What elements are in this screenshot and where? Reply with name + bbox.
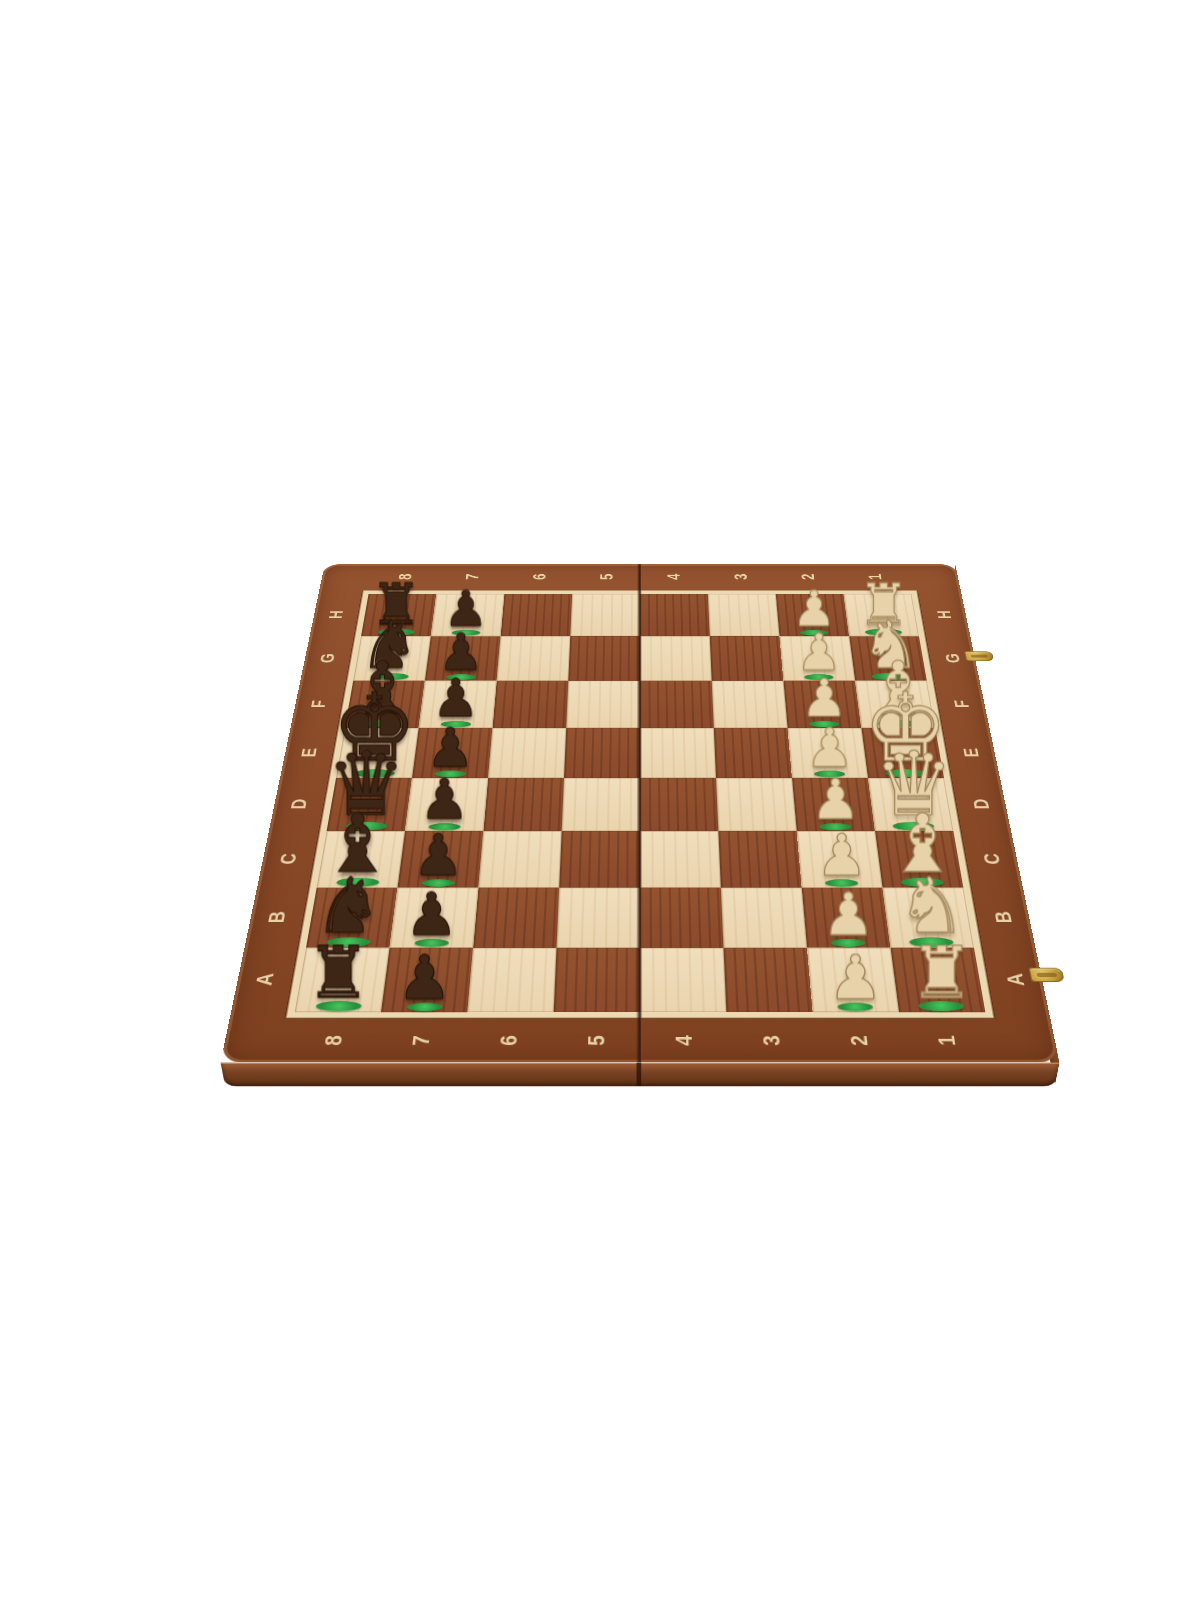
square-a3[interactable]: [724, 948, 813, 1012]
piece-glyph: ♟: [413, 827, 464, 884]
file-label-left-E: E: [293, 743, 324, 761]
square-f5[interactable]: [566, 681, 640, 728]
file-label-left-D: D: [283, 794, 315, 814]
file-label-right-F: F: [947, 695, 977, 712]
board-front-edge: [220, 1062, 1059, 1086]
piece-glyph: ♟: [828, 947, 883, 1008]
piece-glyph: ♟: [420, 773, 470, 829]
piece-glyph: ♟: [822, 885, 875, 944]
square-h6[interactable]: [501, 594, 573, 636]
square-b6[interactable]: [473, 888, 559, 948]
square-f3[interactable]: [712, 681, 788, 728]
piece-glyph: ♟: [816, 827, 867, 884]
rank-label-top-8: 8: [392, 569, 419, 584]
piece-glyph: ♜: [306, 937, 370, 1008]
piece-glyph: ♟: [397, 947, 452, 1008]
piece-glyph: ♜: [910, 937, 974, 1008]
square-b7[interactable]: ♟: [389, 888, 478, 948]
square-g3[interactable]: [710, 636, 784, 681]
rank-label-bottom-3: 3: [755, 1028, 789, 1053]
square-e3[interactable]: [714, 728, 792, 778]
brass-clasp-lower: [1029, 968, 1065, 982]
rank-label-top-3: 3: [728, 569, 754, 584]
square-c3[interactable]: [718, 831, 801, 888]
file-label-left-H: H: [322, 607, 350, 623]
rank-label-top-1: 1: [861, 569, 888, 584]
rank-label-top-2: 2: [795, 569, 821, 584]
square-c5[interactable]: [559, 831, 640, 888]
square-a2[interactable]: ♟: [807, 948, 899, 1012]
square-g5[interactable]: [568, 636, 640, 681]
square-a6[interactable]: [467, 948, 556, 1012]
square-c6[interactable]: [478, 831, 561, 888]
square-c4[interactable]: [640, 831, 721, 888]
rank-label-bottom-7: 7: [403, 1028, 438, 1053]
rank-label-bottom-4: 4: [667, 1028, 700, 1053]
file-label-right-A: A: [997, 968, 1033, 992]
square-b4[interactable]: [640, 888, 724, 948]
rank-label-bottom-5: 5: [580, 1028, 613, 1053]
square-d3[interactable]: [716, 778, 797, 831]
file-label-right-B: B: [986, 906, 1021, 928]
brass-clasp-upper: [964, 651, 994, 661]
file-label-left-F: F: [303, 695, 333, 712]
rank-label-bottom-2: 2: [842, 1028, 877, 1053]
rank-label-top-6: 6: [526, 569, 552, 584]
square-a8[interactable]: ♜: [295, 948, 390, 1012]
square-e6[interactable]: [488, 728, 566, 778]
piece-glyph: ♟: [811, 773, 861, 829]
square-b3[interactable]: [721, 888, 807, 948]
square-a4[interactable]: [640, 948, 726, 1012]
file-label-left-C: C: [271, 849, 304, 870]
rank-label-top-4: 4: [661, 569, 686, 584]
fold-seam-front: [637, 1062, 642, 1086]
square-a5[interactable]: [554, 948, 640, 1012]
file-label-right-C: C: [975, 849, 1008, 870]
square-a7[interactable]: ♟: [381, 948, 473, 1012]
rank-label-bottom-6: 6: [492, 1028, 526, 1053]
square-e5[interactable]: [564, 728, 640, 778]
file-label-right-E: E: [956, 743, 987, 761]
file-label-right-G: G: [938, 650, 967, 666]
square-f6[interactable]: [492, 681, 568, 728]
square-d4[interactable]: [640, 778, 718, 831]
square-h4[interactable]: [640, 594, 710, 636]
file-label-right-H: H: [930, 607, 958, 623]
square-b2[interactable]: ♟: [802, 888, 891, 948]
board-scene: ♜♟♟♜♞♟♟♞♝♟♟♝♚♟♟♚♛♟♟♛♝♟♟♝♞♟♟♞♜♟♟♜ HH88GG7…: [280, 418, 1000, 1138]
square-b5[interactable]: [556, 888, 640, 948]
square-a1[interactable]: ♜: [891, 948, 986, 1012]
chess-board: ♜♟♟♜♞♟♟♞♝♟♟♝♚♟♟♚♛♟♟♛♝♟♟♝♞♟♟♞♜♟♟♜ HH88GG7…: [220, 564, 1059, 1062]
rank-label-bottom-1: 1: [929, 1028, 965, 1053]
file-label-left-G: G: [313, 650, 342, 666]
square-f4[interactable]: [640, 681, 714, 728]
file-label-left-A: A: [247, 968, 283, 992]
file-label-right-D: D: [965, 794, 997, 814]
rank-label-bottom-8: 8: [315, 1028, 351, 1053]
square-g6[interactable]: [497, 636, 571, 681]
square-e4[interactable]: [640, 728, 716, 778]
square-h5[interactable]: [570, 594, 640, 636]
square-d6[interactable]: [483, 778, 564, 831]
rank-label-top-5: 5: [594, 569, 619, 584]
rank-label-top-7: 7: [459, 569, 485, 584]
board-frame: ♜♟♟♜♞♟♟♞♝♟♟♝♚♟♟♚♛♟♟♛♝♟♟♝♞♟♟♞♜♟♟♜ HH88GG7…: [220, 564, 1059, 1062]
square-d5[interactable]: [562, 778, 640, 831]
file-label-left-B: B: [259, 906, 294, 928]
square-h3[interactable]: [708, 594, 780, 636]
product-photo-canvas: ♜♟♟♜♞♟♟♞♝♟♟♝♚♟♟♚♛♟♟♛♝♟♟♝♞♟♟♞♜♟♟♜ HH88GG7…: [0, 0, 1200, 1600]
piece-glyph: ♟: [405, 885, 458, 944]
square-g4[interactable]: [640, 636, 712, 681]
